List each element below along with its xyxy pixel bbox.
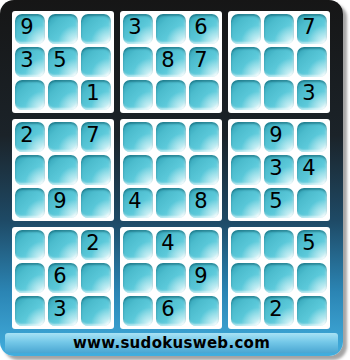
- box-2: 3687: [120, 11, 222, 113]
- cell-r5c7[interactable]: [231, 155, 261, 185]
- cell-r5c4[interactable]: [123, 155, 153, 185]
- cell-r8c6[interactable]: 9: [189, 263, 219, 293]
- cell-r8c8[interactable]: [264, 263, 294, 293]
- cell-r9c2[interactable]: 3: [48, 296, 78, 326]
- cell-r6c8[interactable]: 5: [264, 188, 294, 218]
- cell-r1c7[interactable]: [231, 14, 261, 44]
- cell-r8c2[interactable]: 6: [48, 263, 78, 293]
- cell-r9c9[interactable]: [297, 296, 327, 326]
- box-8: 496: [120, 227, 222, 329]
- cell-r1c1[interactable]: 9: [15, 14, 45, 44]
- cell-r3c2[interactable]: [48, 80, 78, 110]
- cell-r2c6[interactable]: 7: [189, 47, 219, 77]
- cell-r9c1[interactable]: [15, 296, 45, 326]
- cell-r2c1[interactable]: 3: [15, 47, 45, 77]
- cell-r7c6[interactable]: [189, 230, 219, 260]
- cell-r1c2[interactable]: [48, 14, 78, 44]
- cell-r6c7[interactable]: [231, 188, 261, 218]
- cell-r1c6[interactable]: 6: [189, 14, 219, 44]
- cell-r7c4[interactable]: [123, 230, 153, 260]
- cell-r1c5[interactable]: [156, 14, 186, 44]
- cell-r9c8[interactable]: 2: [264, 296, 294, 326]
- cell-r5c8[interactable]: 3: [264, 155, 294, 185]
- cell-r2c8[interactable]: [264, 47, 294, 77]
- cell-r2c2[interactable]: 5: [48, 47, 78, 77]
- cell-r7c7[interactable]: [231, 230, 261, 260]
- cell-r2c5[interactable]: 8: [156, 47, 186, 77]
- box-4: 279: [12, 119, 114, 221]
- cell-r8c9[interactable]: [297, 263, 327, 293]
- cell-r4c8[interactable]: 9: [264, 122, 294, 152]
- cell-r7c1[interactable]: [15, 230, 45, 260]
- box-5: 48: [120, 119, 222, 221]
- sudoku-board: 935136877327948934526349652: [12, 11, 330, 329]
- cell-r4c6[interactable]: [189, 122, 219, 152]
- box-1: 9351: [12, 11, 114, 113]
- cell-r4c5[interactable]: [156, 122, 186, 152]
- cell-r6c9[interactable]: [297, 188, 327, 218]
- cell-r4c7[interactable]: [231, 122, 261, 152]
- cell-r3c3[interactable]: 1: [81, 80, 111, 110]
- cell-r5c5[interactable]: [156, 155, 186, 185]
- cell-r8c5[interactable]: [156, 263, 186, 293]
- cell-r2c9[interactable]: [297, 47, 327, 77]
- cell-r5c1[interactable]: [15, 155, 45, 185]
- cell-r6c4[interactable]: 4: [123, 188, 153, 218]
- cell-r6c3[interactable]: [81, 188, 111, 218]
- cell-r4c4[interactable]: [123, 122, 153, 152]
- cell-r3c9[interactable]: 3: [297, 80, 327, 110]
- cell-r9c5[interactable]: 6: [156, 296, 186, 326]
- box-6: 9345: [228, 119, 330, 221]
- cell-r9c6[interactable]: [189, 296, 219, 326]
- cell-r1c4[interactable]: 3: [123, 14, 153, 44]
- cell-r2c7[interactable]: [231, 47, 261, 77]
- cell-r6c1[interactable]: [15, 188, 45, 218]
- cell-r4c9[interactable]: [297, 122, 327, 152]
- cell-r4c3[interactable]: 7: [81, 122, 111, 152]
- website-link[interactable]: www.sudokusweb.com: [5, 333, 338, 353]
- box-3: 73: [228, 11, 330, 113]
- cell-r8c3[interactable]: [81, 263, 111, 293]
- cell-r3c5[interactable]: [156, 80, 186, 110]
- cell-r3c6[interactable]: [189, 80, 219, 110]
- cell-r1c8[interactable]: [264, 14, 294, 44]
- cell-r2c3[interactable]: [81, 47, 111, 77]
- cell-r7c3[interactable]: 2: [81, 230, 111, 260]
- cell-r8c4[interactable]: [123, 263, 153, 293]
- box-7: 263: [12, 227, 114, 329]
- cell-r7c9[interactable]: 5: [297, 230, 327, 260]
- cell-r8c7[interactable]: [231, 263, 261, 293]
- cell-r1c3[interactable]: [81, 14, 111, 44]
- cell-r7c8[interactable]: [264, 230, 294, 260]
- sudoku-plaque: 935136877327948934526349652 www.sudokusw…: [0, 0, 343, 356]
- cell-r9c4[interactable]: [123, 296, 153, 326]
- cell-r7c5[interactable]: 4: [156, 230, 186, 260]
- box-9: 52: [228, 227, 330, 329]
- cell-r5c3[interactable]: [81, 155, 111, 185]
- cell-r5c6[interactable]: [189, 155, 219, 185]
- cell-r8c1[interactable]: [15, 263, 45, 293]
- cell-r6c6[interactable]: 8: [189, 188, 219, 218]
- cell-r7c2[interactable]: [48, 230, 78, 260]
- cell-r9c7[interactable]: [231, 296, 261, 326]
- cell-r4c2[interactable]: [48, 122, 78, 152]
- cell-r9c3[interactable]: [81, 296, 111, 326]
- cell-r6c2[interactable]: 9: [48, 188, 78, 218]
- cell-r3c7[interactable]: [231, 80, 261, 110]
- cell-r2c4[interactable]: [123, 47, 153, 77]
- cell-r3c4[interactable]: [123, 80, 153, 110]
- cell-r3c8[interactable]: [264, 80, 294, 110]
- cell-r4c1[interactable]: 2: [15, 122, 45, 152]
- cell-r5c9[interactable]: 4: [297, 155, 327, 185]
- cell-r5c2[interactable]: [48, 155, 78, 185]
- cell-r3c1[interactable]: [15, 80, 45, 110]
- cell-r1c9[interactable]: 7: [297, 14, 327, 44]
- cell-r6c5[interactable]: [156, 188, 186, 218]
